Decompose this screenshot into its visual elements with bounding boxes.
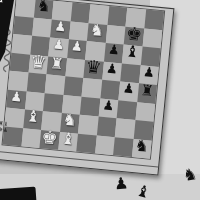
- square-c1: ♚: [39, 130, 59, 150]
- black-pawn-f6: ♟: [104, 40, 124, 60]
- square-g5: [120, 63, 140, 83]
- black-queen-e5: ♛: [84, 57, 104, 77]
- white-pawn-a3: ♟: [6, 87, 26, 107]
- square-f6: ♟: [104, 43, 124, 63]
- square-h7: [142, 28, 162, 48]
- square-d6: ♟: [67, 39, 87, 59]
- square-e5: ♛: [83, 59, 103, 79]
- white-bishop-b2: ♝: [23, 107, 43, 127]
- square-b7: [32, 17, 52, 37]
- square-a8: [15, 0, 35, 17]
- square-f8: [107, 6, 127, 26]
- black-knight-b8: ♞: [34, 0, 54, 17]
- square-d5: [65, 58, 85, 78]
- square-b5: ♛: [28, 54, 48, 74]
- white-knight-e7: ♞: [87, 20, 107, 40]
- square-e2: [78, 115, 98, 135]
- black-knight-h1: ♞: [132, 136, 152, 156]
- background-shadow-bottomleft: [0, 187, 37, 200]
- white-knight-d2: ♞: [60, 110, 80, 130]
- square-e4: [82, 78, 102, 98]
- square-d1: ♝: [58, 131, 78, 151]
- white-pawn-d6: ♟: [67, 37, 87, 57]
- black-pawn-h5: ♟: [139, 62, 159, 82]
- square-b8: ♞: [33, 0, 53, 19]
- square-e8: [89, 4, 109, 24]
- square-h2: [133, 120, 153, 140]
- board-grid: ♞♟♞♚♟♟♟♝♛♜♛♟♟♟♜♟♟♝♞♚♝♞: [3, 0, 165, 159]
- square-g1: [113, 137, 133, 157]
- square-g8: [125, 8, 145, 28]
- square-b3: [25, 91, 45, 111]
- square-f1: [95, 135, 115, 155]
- white-bishop-d1: ♝: [58, 129, 78, 149]
- square-g3: [117, 100, 137, 120]
- square-h4: ♜: [137, 83, 157, 103]
- chessboard-photo: ♞♟♞♚♟♟♟♝♛♜♛♟♟♟♜♟♟♝♞♚♝♞ ♞♜♝♟♚♟ ♟♝♞: [0, 0, 200, 200]
- captured-black-knight: ♞: [182, 166, 198, 184]
- square-h3: [135, 102, 155, 122]
- square-f5: ♟: [102, 61, 122, 81]
- square-d4: [63, 76, 83, 96]
- chess-board: ♞♟♞♚♟♟♟♝♛♜♛♟♟♟♜♟♟♝♞♚♝♞ ♞♜♝♟♚♟: [0, 0, 174, 176]
- square-b4: [26, 73, 46, 93]
- square-h8: [144, 10, 164, 30]
- square-b1: [21, 128, 41, 148]
- square-c6: ♟: [48, 38, 68, 58]
- square-h5: ♟: [139, 65, 159, 85]
- square-e3: [80, 96, 100, 116]
- square-f7: [105, 24, 125, 44]
- white-pawn-c7: ♟: [50, 17, 70, 37]
- black-rook-h4: ♜: [137, 81, 157, 101]
- square-h6: [140, 46, 160, 66]
- square-c8: [52, 1, 72, 21]
- square-f4: [100, 80, 120, 100]
- black-pawn-g4: ♟: [119, 79, 139, 99]
- square-c3: [43, 93, 63, 113]
- square-c2: [41, 111, 61, 131]
- white-rook-c5: ♜: [47, 53, 67, 73]
- square-c4: [45, 74, 65, 94]
- white-queen-b5: ♛: [28, 52, 48, 72]
- square-a7: [13, 16, 33, 36]
- captured-black-pawn: ♟: [113, 175, 129, 192]
- square-e1: [76, 133, 96, 153]
- square-f2: [96, 116, 116, 136]
- black-pawn-f3: ♟: [98, 96, 118, 116]
- square-g7: ♚: [124, 26, 144, 46]
- black-bishop-g6: ♝: [122, 42, 142, 62]
- square-g4: ♟: [118, 81, 138, 101]
- square-d8: [70, 2, 90, 22]
- square-e7: ♞: [87, 23, 107, 43]
- square-b6: [30, 36, 50, 56]
- square-d2: ♞: [60, 113, 80, 133]
- black-king-g7: ♚: [124, 24, 144, 44]
- square-e6: [85, 41, 105, 61]
- square-h1: ♞: [131, 138, 151, 158]
- square-b2: ♝: [23, 109, 43, 129]
- square-f3: ♟: [98, 98, 118, 118]
- white-pawn-c6: ♟: [49, 35, 69, 55]
- square-a3: ♟: [6, 89, 26, 109]
- square-c7: ♟: [50, 19, 70, 39]
- square-g6: ♝: [122, 45, 142, 65]
- black-pawn-f5: ♟: [102, 59, 122, 79]
- square-c5: ♜: [46, 56, 66, 76]
- square-g2: [115, 118, 135, 138]
- square-d3: [61, 95, 81, 115]
- white-king-c1: ♚: [40, 127, 60, 147]
- square-d7: [68, 21, 88, 41]
